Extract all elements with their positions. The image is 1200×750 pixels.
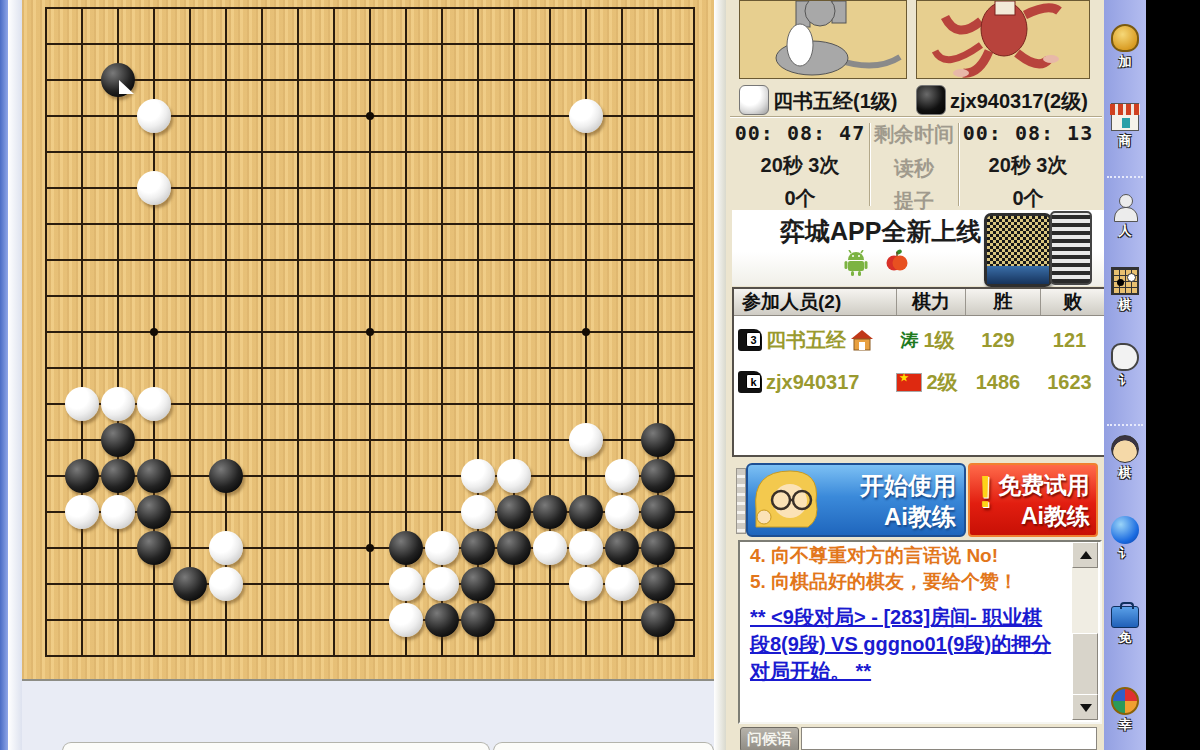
- chat-scrollbar[interactable]: [1072, 542, 1098, 720]
- board-cell[interactable]: [28, 530, 64, 566]
- board-cell[interactable]: [532, 170, 568, 206]
- board-cell[interactable]: [136, 350, 172, 386]
- board-cell[interactable]: [424, 638, 460, 674]
- board-cell[interactable]: [28, 422, 64, 458]
- board-cell[interactable]: [244, 170, 280, 206]
- board-cell[interactable]: [244, 350, 280, 386]
- participant-row-white[interactable]: 3 四书五经 涛 1级 129 121: [734, 322, 1104, 358]
- board-cell[interactable]: [172, 0, 208, 26]
- board-cell[interactable]: [496, 206, 532, 242]
- scrollbar-thumb[interactable]: [1072, 633, 1098, 695]
- board-cell[interactable]: [676, 206, 712, 242]
- board-cell[interactable]: [244, 386, 280, 422]
- board-cell[interactable]: [568, 530, 604, 566]
- board-cell[interactable]: [604, 0, 640, 26]
- board-cell[interactable]: [64, 98, 100, 134]
- board-cell[interactable]: [640, 530, 676, 566]
- board-cell[interactable]: [460, 602, 496, 638]
- board-cell[interactable]: [604, 242, 640, 278]
- board-cell[interactable]: [136, 26, 172, 62]
- board-cell[interactable]: [280, 566, 316, 602]
- board-cell[interactable]: [280, 638, 316, 674]
- banner-drag-handle[interactable]: [736, 468, 746, 534]
- board-cell[interactable]: [352, 530, 388, 566]
- board-cell[interactable]: [460, 242, 496, 278]
- board-cell[interactable]: [64, 314, 100, 350]
- board-cell[interactable]: [136, 98, 172, 134]
- board-cell[interactable]: [244, 566, 280, 602]
- board-cell[interactable]: [388, 278, 424, 314]
- board-cell[interactable]: [280, 98, 316, 134]
- board-cell[interactable]: [136, 530, 172, 566]
- board-cell[interactable]: [496, 278, 532, 314]
- board-cell[interactable]: [244, 314, 280, 350]
- toolbar-item-trophy[interactable]: 加: [1104, 24, 1146, 71]
- board-cell[interactable]: [208, 458, 244, 494]
- chat-input[interactable]: [801, 727, 1097, 750]
- board-cell[interactable]: [460, 386, 496, 422]
- board-cell[interactable]: [316, 98, 352, 134]
- board-cell[interactable]: [136, 566, 172, 602]
- board-cell[interactable]: [496, 242, 532, 278]
- board-cell[interactable]: [316, 170, 352, 206]
- board-cell[interactable]: [424, 386, 460, 422]
- board-cell[interactable]: [532, 26, 568, 62]
- board-cell[interactable]: [172, 530, 208, 566]
- board-cell[interactable]: [532, 62, 568, 98]
- board-cell[interactable]: [604, 350, 640, 386]
- board-cell[interactable]: [388, 206, 424, 242]
- board-cell[interactable]: [568, 26, 604, 62]
- board-cell[interactable]: [172, 386, 208, 422]
- board-cell[interactable]: [532, 422, 568, 458]
- board-cell[interactable]: [100, 602, 136, 638]
- board-cell[interactable]: [280, 530, 316, 566]
- board-cell[interactable]: [460, 134, 496, 170]
- board-cell[interactable]: [208, 566, 244, 602]
- board-cell[interactable]: [316, 314, 352, 350]
- board-cell[interactable]: [28, 494, 64, 530]
- board-cell[interactable]: [136, 638, 172, 674]
- board-cell[interactable]: [136, 134, 172, 170]
- board-cell[interactable]: [388, 566, 424, 602]
- board-cell[interactable]: [568, 98, 604, 134]
- board-cell[interactable]: [568, 206, 604, 242]
- board-cell[interactable]: [64, 134, 100, 170]
- board-cell[interactable]: [496, 494, 532, 530]
- board-cell[interactable]: [64, 494, 100, 530]
- go-board[interactable]: [28, 0, 712, 674]
- board-cell[interactable]: [28, 62, 64, 98]
- board-cell[interactable]: [100, 494, 136, 530]
- board-cell[interactable]: [208, 530, 244, 566]
- board-cell[interactable]: [208, 26, 244, 62]
- board-cell[interactable]: [316, 638, 352, 674]
- board-cell[interactable]: [208, 638, 244, 674]
- board-cell[interactable]: [244, 530, 280, 566]
- board-cell[interactable]: [208, 278, 244, 314]
- board-cell[interactable]: [244, 0, 280, 26]
- board-cell[interactable]: [532, 206, 568, 242]
- board-cell[interactable]: [604, 386, 640, 422]
- board-cell[interactable]: [568, 62, 604, 98]
- board-cell[interactable]: [100, 422, 136, 458]
- board-cell[interactable]: [100, 278, 136, 314]
- board-cell[interactable]: [568, 278, 604, 314]
- board-cell[interactable]: [424, 494, 460, 530]
- board-cell[interactable]: [640, 170, 676, 206]
- board-cell[interactable]: [208, 422, 244, 458]
- board-cell[interactable]: [568, 458, 604, 494]
- board-cell[interactable]: [640, 350, 676, 386]
- board-cell[interactable]: [64, 458, 100, 494]
- board-cell[interactable]: [64, 0, 100, 26]
- board-cell[interactable]: [460, 422, 496, 458]
- board-cell[interactable]: [172, 566, 208, 602]
- board-cell[interactable]: [352, 170, 388, 206]
- board-cell[interactable]: [676, 566, 712, 602]
- board-cell[interactable]: [568, 170, 604, 206]
- ai-coach-start-button[interactable]: 开始使用 Ai教练: [746, 463, 966, 537]
- board-cell[interactable]: [316, 26, 352, 62]
- board-cell[interactable]: [352, 350, 388, 386]
- board-cell[interactable]: [172, 350, 208, 386]
- board-cell[interactable]: [604, 530, 640, 566]
- toolbar-item-head[interactable]: 棋: [1104, 435, 1146, 482]
- board-cell[interactable]: [676, 0, 712, 26]
- board-cell[interactable]: [208, 494, 244, 530]
- board-cell[interactable]: [64, 242, 100, 278]
- board-cell[interactable]: [100, 206, 136, 242]
- board-cell[interactable]: [676, 638, 712, 674]
- board-cell[interactable]: [136, 0, 172, 26]
- board-cell[interactable]: [280, 602, 316, 638]
- board-cell[interactable]: [208, 134, 244, 170]
- board-cell[interactable]: [280, 458, 316, 494]
- board-cell[interactable]: [208, 242, 244, 278]
- board-cell[interactable]: [604, 98, 640, 134]
- board-cell[interactable]: [640, 62, 676, 98]
- board-cell[interactable]: [280, 278, 316, 314]
- board-cell[interactable]: [208, 386, 244, 422]
- board-cell[interactable]: [460, 98, 496, 134]
- board-cell[interactable]: [244, 134, 280, 170]
- board-cell[interactable]: [244, 602, 280, 638]
- board-cell[interactable]: [640, 98, 676, 134]
- board-cell[interactable]: [388, 350, 424, 386]
- board-cell[interactable]: [424, 278, 460, 314]
- board-cell[interactable]: [604, 602, 640, 638]
- board-cell[interactable]: [532, 602, 568, 638]
- board-cell[interactable]: [208, 170, 244, 206]
- board-cell[interactable]: [388, 98, 424, 134]
- board-cell[interactable]: [424, 206, 460, 242]
- board-cell[interactable]: [676, 134, 712, 170]
- board-cell[interactable]: [604, 134, 640, 170]
- board-cell[interactable]: [676, 242, 712, 278]
- board-cell[interactable]: [496, 134, 532, 170]
- scroll-up-button[interactable]: [1072, 542, 1098, 568]
- board-cell[interactable]: [388, 386, 424, 422]
- board-cell[interactable]: [604, 458, 640, 494]
- board-cell[interactable]: [388, 458, 424, 494]
- board-cell[interactable]: [496, 350, 532, 386]
- board-cell[interactable]: [676, 26, 712, 62]
- board-cell[interactable]: [676, 314, 712, 350]
- board-cell[interactable]: [28, 278, 64, 314]
- board-cell[interactable]: [496, 458, 532, 494]
- board-cell[interactable]: [100, 170, 136, 206]
- board-cell[interactable]: [676, 602, 712, 638]
- board-cell[interactable]: [100, 134, 136, 170]
- scroll-down-button[interactable]: [1072, 694, 1098, 720]
- board-cell[interactable]: [352, 602, 388, 638]
- board-cell[interactable]: [388, 242, 424, 278]
- board-cell[interactable]: [388, 314, 424, 350]
- board-cell[interactable]: [100, 638, 136, 674]
- board-cell[interactable]: [568, 566, 604, 602]
- board-cell[interactable]: [208, 350, 244, 386]
- board-cell[interactable]: [568, 350, 604, 386]
- board-cell[interactable]: [172, 314, 208, 350]
- board-cell[interactable]: [460, 314, 496, 350]
- board-cell[interactable]: [352, 98, 388, 134]
- board-cell[interactable]: [568, 386, 604, 422]
- board-cell[interactable]: [64, 638, 100, 674]
- bottom-button-right[interactable]: [493, 742, 714, 750]
- board-cell[interactable]: [64, 26, 100, 62]
- board-cell[interactable]: [388, 602, 424, 638]
- board-cell[interactable]: [100, 26, 136, 62]
- board-cell[interactable]: [172, 26, 208, 62]
- board-cell[interactable]: [460, 278, 496, 314]
- toolbar-item-goboard[interactable]: 棋: [1104, 267, 1146, 314]
- board-cell[interactable]: [280, 422, 316, 458]
- board-cell[interactable]: [28, 206, 64, 242]
- board-cell[interactable]: [28, 98, 64, 134]
- board-cell[interactable]: [352, 278, 388, 314]
- board-cell[interactable]: [244, 422, 280, 458]
- board-cell[interactable]: [424, 566, 460, 602]
- board-cell[interactable]: [136, 314, 172, 350]
- board-cell[interactable]: [568, 422, 604, 458]
- board-cell[interactable]: [208, 62, 244, 98]
- board-cell[interactable]: [172, 602, 208, 638]
- board-cell[interactable]: [316, 206, 352, 242]
- board-cell[interactable]: [388, 530, 424, 566]
- board-cell[interactable]: [460, 530, 496, 566]
- board-cell[interactable]: [136, 242, 172, 278]
- thumbs-up-icon[interactable]: k: [738, 371, 762, 393]
- left-scroll-strip[interactable]: [0, 0, 8, 750]
- board-cell[interactable]: [496, 602, 532, 638]
- board-cell[interactable]: [460, 350, 496, 386]
- board-cell[interactable]: [172, 134, 208, 170]
- board-cell[interactable]: [460, 638, 496, 674]
- board-cell[interactable]: [64, 278, 100, 314]
- board-cell[interactable]: [532, 458, 568, 494]
- board-cell[interactable]: [604, 62, 640, 98]
- board-cell[interactable]: [280, 386, 316, 422]
- board-cell[interactable]: [136, 386, 172, 422]
- board-cell[interactable]: [388, 638, 424, 674]
- board-cell[interactable]: [388, 26, 424, 62]
- board-cell[interactable]: [496, 314, 532, 350]
- board-cell[interactable]: [640, 422, 676, 458]
- board-cell[interactable]: [64, 602, 100, 638]
- board-cell[interactable]: [352, 422, 388, 458]
- board-cell[interactable]: [28, 566, 64, 602]
- board-cell[interactable]: [352, 314, 388, 350]
- ai-coach-trial-button[interactable]: ! 免费试用 Ai教练: [968, 463, 1098, 537]
- board-cell[interactable]: [460, 26, 496, 62]
- board-cell[interactable]: [424, 242, 460, 278]
- board-cell[interactable]: [64, 422, 100, 458]
- board-cell[interactable]: [64, 206, 100, 242]
- board-cell[interactable]: [316, 350, 352, 386]
- board-cell[interactable]: [316, 530, 352, 566]
- board-cell[interactable]: [100, 566, 136, 602]
- board-cell[interactable]: [64, 386, 100, 422]
- board-cell[interactable]: [424, 458, 460, 494]
- board-cell[interactable]: [28, 0, 64, 26]
- board-cell[interactable]: [460, 0, 496, 26]
- board-cell[interactable]: [28, 242, 64, 278]
- board-cell[interactable]: [280, 0, 316, 26]
- board-cell[interactable]: [640, 458, 676, 494]
- thumbs-up-icon[interactable]: 3: [738, 329, 762, 351]
- board-cell[interactable]: [316, 494, 352, 530]
- board-cell[interactable]: [316, 386, 352, 422]
- board-cell[interactable]: [64, 62, 100, 98]
- board-cell[interactable]: [316, 134, 352, 170]
- board-cell[interactable]: [496, 638, 532, 674]
- board-cell[interactable]: [532, 98, 568, 134]
- board-cell[interactable]: [28, 638, 64, 674]
- board-cell[interactable]: [640, 566, 676, 602]
- board-cell[interactable]: [352, 26, 388, 62]
- board-cell[interactable]: [64, 566, 100, 602]
- board-cell[interactable]: [640, 638, 676, 674]
- board-cell[interactable]: [604, 638, 640, 674]
- board-cell[interactable]: [424, 350, 460, 386]
- board-cell[interactable]: [136, 602, 172, 638]
- board-cell[interactable]: [244, 494, 280, 530]
- board-cell[interactable]: [136, 170, 172, 206]
- board-cell[interactable]: [424, 134, 460, 170]
- board-cell[interactable]: [100, 62, 136, 98]
- board-cell[interactable]: [424, 0, 460, 26]
- board-cell[interactable]: [244, 638, 280, 674]
- board-cell[interactable]: [244, 26, 280, 62]
- board-cell[interactable]: [496, 530, 532, 566]
- board-cell[interactable]: [352, 494, 388, 530]
- participant-row-black[interactable]: k zjx940317 2级 1486 1623: [734, 364, 1104, 400]
- board-cell[interactable]: [676, 170, 712, 206]
- board-cell[interactable]: [460, 458, 496, 494]
- board-cell[interactable]: [532, 134, 568, 170]
- board-cell[interactable]: [604, 494, 640, 530]
- board-cell[interactable]: [172, 170, 208, 206]
- board-cell[interactable]: [28, 314, 64, 350]
- board-cell[interactable]: [496, 26, 532, 62]
- board-cell[interactable]: [208, 98, 244, 134]
- board-cell[interactable]: [100, 242, 136, 278]
- board-cell[interactable]: [280, 314, 316, 350]
- board-cell[interactable]: [568, 494, 604, 530]
- board-cell[interactable]: [136, 458, 172, 494]
- board-cell[interactable]: [100, 386, 136, 422]
- board-cell[interactable]: [424, 422, 460, 458]
- board-cell[interactable]: [280, 242, 316, 278]
- board-cell[interactable]: [136, 278, 172, 314]
- board-cell[interactable]: [172, 494, 208, 530]
- board-cell[interactable]: [352, 206, 388, 242]
- board-cell[interactable]: [496, 62, 532, 98]
- board-cell[interactable]: [244, 242, 280, 278]
- toolbar-item-wheel[interactable]: 幸: [1104, 687, 1146, 734]
- board-cell[interactable]: [604, 170, 640, 206]
- board-cell[interactable]: [352, 0, 388, 26]
- board-cell[interactable]: [172, 62, 208, 98]
- board-cell[interactable]: [460, 566, 496, 602]
- board-cell[interactable]: [604, 314, 640, 350]
- board-cell[interactable]: [424, 26, 460, 62]
- board-cell[interactable]: [424, 170, 460, 206]
- board-cell[interactable]: [244, 206, 280, 242]
- toolbar-item-case[interactable]: 免: [1104, 601, 1146, 647]
- board-cell[interactable]: [388, 170, 424, 206]
- board-cell[interactable]: [676, 494, 712, 530]
- board-cell[interactable]: [28, 134, 64, 170]
- board-cell[interactable]: [676, 278, 712, 314]
- board-cell[interactable]: [64, 530, 100, 566]
- board-cell[interactable]: [172, 638, 208, 674]
- board-cell[interactable]: [352, 62, 388, 98]
- board-cell[interactable]: [388, 134, 424, 170]
- chat-box[interactable]: 4. 向不尊重对方的言语说 No! 5. 向棋品好的棋友，要给个赞！ ** <9…: [738, 540, 1102, 724]
- board-cell[interactable]: [568, 602, 604, 638]
- board-cell[interactable]: [640, 206, 676, 242]
- board-cell[interactable]: [352, 566, 388, 602]
- board-cell[interactable]: [172, 422, 208, 458]
- board-cell[interactable]: [496, 0, 532, 26]
- board-cell[interactable]: [244, 98, 280, 134]
- board-cell[interactable]: [64, 350, 100, 386]
- board-cell[interactable]: [604, 422, 640, 458]
- board-cell[interactable]: [280, 62, 316, 98]
- board-cell[interactable]: [532, 350, 568, 386]
- board-cell[interactable]: [100, 458, 136, 494]
- board-cell[interactable]: [532, 494, 568, 530]
- board-cell[interactable]: [676, 98, 712, 134]
- board-cell[interactable]: [352, 638, 388, 674]
- board-cell[interactable]: [316, 566, 352, 602]
- board-cell[interactable]: [424, 314, 460, 350]
- board-cell[interactable]: [640, 278, 676, 314]
- board-cell[interactable]: [568, 314, 604, 350]
- board-cell[interactable]: [568, 0, 604, 26]
- board-cell[interactable]: [532, 566, 568, 602]
- board-cell[interactable]: [532, 638, 568, 674]
- board-cell[interactable]: [676, 386, 712, 422]
- board-cell[interactable]: [172, 242, 208, 278]
- board-cell[interactable]: [676, 350, 712, 386]
- board-cell[interactable]: [676, 530, 712, 566]
- board-cell[interactable]: [532, 530, 568, 566]
- board-cell[interactable]: [460, 170, 496, 206]
- board-cell[interactable]: [568, 242, 604, 278]
